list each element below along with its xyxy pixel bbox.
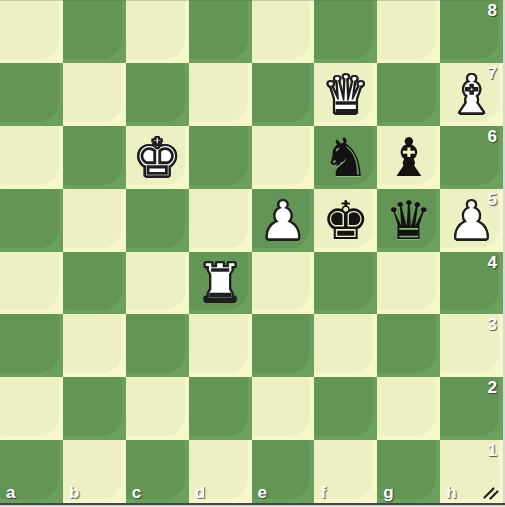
square-c6[interactable]: ♚	[126, 126, 189, 189]
square-b4[interactable]	[63, 252, 126, 315]
square-c3[interactable]	[126, 314, 189, 377]
piece-white-rook-d4[interactable]: ♜	[189, 252, 252, 315]
square-c1[interactable]: c	[126, 440, 189, 503]
board-top-border	[0, 0, 503, 1]
square-e5[interactable]: ♟	[252, 189, 315, 252]
chess-board-widget: 8♛7♝♚♞♝6♟♚♛5♟♜432abcdefg1h	[0, 0, 505, 507]
square-a5[interactable]	[0, 189, 63, 252]
file-label-a: a	[6, 483, 15, 503]
square-b7[interactable]	[63, 63, 126, 126]
rank-label-6: 6	[488, 127, 497, 147]
square-d6[interactable]	[189, 126, 252, 189]
square-e1[interactable]: e	[252, 440, 315, 503]
resize-handle-icon[interactable]	[482, 485, 499, 500]
rank-label-4: 4	[488, 253, 497, 273]
square-g6[interactable]: ♝	[377, 126, 440, 189]
square-d3[interactable]	[189, 314, 252, 377]
square-b2[interactable]	[63, 377, 126, 440]
square-g7[interactable]	[377, 63, 440, 126]
square-a6[interactable]	[0, 126, 63, 189]
square-a1[interactable]: a	[0, 440, 63, 503]
square-a4[interactable]	[0, 252, 63, 315]
square-d4[interactable]: ♜	[189, 252, 252, 315]
square-g5[interactable]: ♛	[377, 189, 440, 252]
square-c7[interactable]	[126, 63, 189, 126]
square-d5[interactable]	[189, 189, 252, 252]
square-h6[interactable]: 6	[440, 126, 503, 189]
file-label-c: c	[132, 483, 141, 503]
square-h7[interactable]: 7♝	[440, 63, 503, 126]
square-h5[interactable]: 5♟	[440, 189, 503, 252]
square-d8[interactable]	[189, 0, 252, 63]
square-h3[interactable]: 3	[440, 314, 503, 377]
square-e2[interactable]	[252, 377, 315, 440]
chess-board: 8♛7♝♚♞♝6♟♚♛5♟♜432abcdefg1h	[0, 0, 503, 503]
square-e4[interactable]	[252, 252, 315, 315]
square-h4[interactable]: 4	[440, 252, 503, 315]
square-d7[interactable]	[189, 63, 252, 126]
square-b6[interactable]	[63, 126, 126, 189]
piece-white-bishop-h7[interactable]: ♝	[440, 63, 503, 126]
square-e8[interactable]	[252, 0, 315, 63]
square-f6[interactable]: ♞	[314, 126, 377, 189]
square-b3[interactable]	[63, 314, 126, 377]
square-d2[interactable]	[189, 377, 252, 440]
file-label-e: e	[258, 483, 267, 503]
square-g4[interactable]	[377, 252, 440, 315]
rank-label-3: 3	[488, 315, 497, 335]
file-label-d: d	[195, 483, 205, 503]
file-label-h: h	[446, 483, 456, 503]
piece-black-bishop-g6[interactable]: ♝	[377, 126, 440, 189]
piece-white-queen-f7[interactable]: ♛	[314, 63, 377, 126]
square-f2[interactable]	[314, 377, 377, 440]
square-a3[interactable]	[0, 314, 63, 377]
square-b5[interactable]	[63, 189, 126, 252]
piece-black-queen-g5[interactable]: ♛	[377, 189, 440, 252]
square-c4[interactable]	[126, 252, 189, 315]
piece-white-pawn-e5[interactable]: ♟	[252, 189, 315, 252]
piece-black-knight-f6[interactable]: ♞	[314, 126, 377, 189]
square-f3[interactable]	[314, 314, 377, 377]
square-f7[interactable]: ♛	[314, 63, 377, 126]
square-g3[interactable]	[377, 314, 440, 377]
square-h8[interactable]: 8	[440, 0, 503, 63]
piece-white-pawn-h5[interactable]: ♟	[440, 189, 503, 252]
rank-label-1: 1	[488, 441, 497, 461]
square-f4[interactable]	[314, 252, 377, 315]
square-a2[interactable]	[0, 377, 63, 440]
rank-label-8: 8	[488, 1, 497, 21]
square-d1[interactable]: d	[189, 440, 252, 503]
square-a8[interactable]	[0, 0, 63, 63]
square-e6[interactable]	[252, 126, 315, 189]
square-f8[interactable]	[314, 0, 377, 63]
rank-label-2: 2	[488, 378, 497, 398]
square-c8[interactable]	[126, 0, 189, 63]
file-label-f: f	[320, 483, 326, 503]
piece-white-king-c6[interactable]: ♚	[126, 126, 189, 189]
square-h2[interactable]: 2	[440, 377, 503, 440]
square-e3[interactable]	[252, 314, 315, 377]
square-a7[interactable]	[0, 63, 63, 126]
piece-black-king-f5[interactable]: ♚	[314, 189, 377, 252]
square-b8[interactable]	[63, 0, 126, 63]
square-e7[interactable]	[252, 63, 315, 126]
square-b1[interactable]: b	[63, 440, 126, 503]
file-label-g: g	[383, 483, 393, 503]
file-label-b: b	[69, 483, 79, 503]
square-g2[interactable]	[377, 377, 440, 440]
square-f5[interactable]: ♚	[314, 189, 377, 252]
square-c5[interactable]	[126, 189, 189, 252]
square-f1[interactable]: f	[314, 440, 377, 503]
square-g1[interactable]: g	[377, 440, 440, 503]
square-c2[interactable]	[126, 377, 189, 440]
square-g8[interactable]	[377, 0, 440, 63]
